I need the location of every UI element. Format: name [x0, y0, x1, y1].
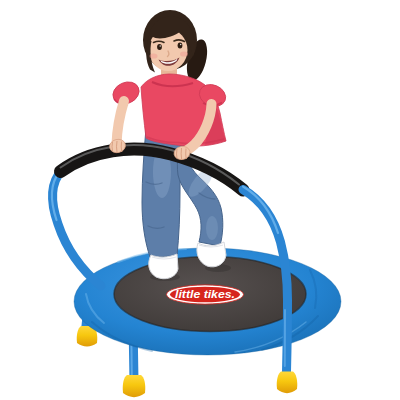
front-center-foot	[123, 375, 146, 397]
left-cheek-blush	[150, 53, 158, 58]
left-eye	[157, 44, 162, 50]
logo-text: little tikes.	[175, 289, 235, 300]
right-eye	[178, 43, 183, 49]
left-arm	[117, 101, 125, 144]
product-photo: little tikes.	[0, 0, 400, 400]
left-eye-glint	[160, 45, 161, 46]
right-foot	[277, 372, 298, 394]
jeans-shin-fade	[206, 216, 218, 240]
trampoline-scene-illustration: little tikes.	[0, 0, 400, 400]
little-tikes-logo: little tikes.	[167, 285, 244, 304]
right-eye-glint	[180, 44, 181, 45]
right-cheek-blush	[180, 51, 188, 56]
left-support-tube	[53, 170, 101, 286]
